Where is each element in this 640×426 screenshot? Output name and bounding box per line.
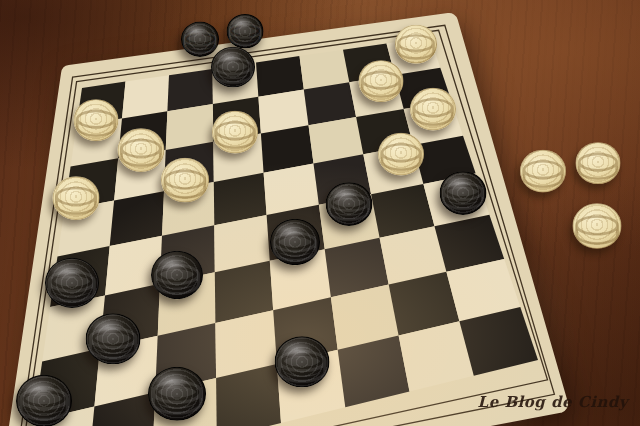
checker-piece-black-r5c6[interactable]: ⛂	[326, 182, 373, 226]
black-draughts-man-glyph: ⛂	[151, 251, 202, 299]
checker-piece-white-off-right-2[interactable]: ⛀	[576, 142, 621, 184]
scene: ⛂⛂⛀⛂⛀⛀⛀⛀⛀⛀⛀⛀⛀⛂⛀⛂⛀⛂⛂⛂⛂⛂⛂⛂ Le Blog de Cind…	[0, 0, 640, 426]
checker-piece-black-r8c3[interactable]: ⛂	[148, 367, 206, 421]
checker-piece-white-r3c2[interactable]: ⛀	[118, 128, 165, 172]
white-draughts-man-glyph: ⛀	[359, 60, 403, 102]
black-draughts-man-glyph: ⛂	[275, 336, 329, 387]
white-draughts-man-glyph: ⛀	[520, 150, 565, 193]
white-draughts-man-glyph: ⛀	[118, 128, 164, 172]
black-draughts-man-glyph: ⛂	[86, 313, 140, 364]
checker-piece-black-r5c1[interactable]: ⛂	[45, 258, 99, 308]
checker-piece-black-r6c3[interactable]: ⛂	[151, 251, 203, 299]
black-draughts-man-glyph: ⛂	[149, 367, 206, 421]
checker-piece-white-r4c1[interactable]: ⛀	[53, 176, 100, 220]
white-draughts-man-glyph: ⛀	[74, 99, 118, 141]
checker-piece-white-r1c8[interactable]: ⛀	[395, 25, 437, 64]
checker-piece-white-r3c4[interactable]: ⛀	[212, 111, 258, 154]
white-draughts-man-glyph: ⛀	[161, 158, 209, 203]
black-draughts-man-glyph: ⛂	[16, 375, 71, 426]
checker-piece-black-r1c4[interactable]: ⛂	[211, 47, 255, 88]
white-draughts-man-glyph: ⛀	[573, 203, 622, 249]
checker-piece-white-off-right-1[interactable]: ⛀	[520, 150, 566, 193]
checker-piece-white-off-right-3[interactable]: ⛀	[573, 203, 622, 249]
black-draughts-man-glyph: ⛂	[227, 14, 264, 48]
black-draughts-man-glyph: ⛂	[181, 22, 219, 57]
checker-piece-black-off-top-right[interactable]: ⛂	[227, 14, 264, 48]
checker-piece-black-r7c2[interactable]: ⛂	[86, 313, 141, 364]
checker-piece-black-r5c8[interactable]: ⛂	[440, 171, 487, 215]
white-draughts-man-glyph: ⛀	[576, 142, 620, 184]
checker-piece-black-r5c5[interactable]: ⛂	[270, 219, 320, 266]
checker-piece-white-r4c7[interactable]: ⛀	[378, 133, 424, 176]
black-draughts-man-glyph: ⛂	[45, 258, 99, 308]
white-draughts-man-glyph: ⛀	[378, 133, 423, 176]
checker-piece-black-off-top-left[interactable]: ⛂	[181, 22, 219, 57]
watermark: Le Blog de Cindy	[478, 393, 628, 411]
black-draughts-man-glyph: ⛂	[270, 219, 319, 266]
black-draughts-man-glyph: ⛂	[326, 182, 372, 226]
white-draughts-man-glyph: ⛀	[410, 88, 455, 131]
checker-piece-black-r8c5[interactable]: ⛂	[275, 336, 330, 387]
black-draughts-man-glyph: ⛂	[440, 171, 486, 215]
checker-piece-white-r2c1[interactable]: ⛀	[74, 99, 119, 141]
checker-piece-white-r3c8[interactable]: ⛀	[410, 88, 456, 131]
black-draughts-man-glyph: ⛂	[211, 47, 255, 88]
white-draughts-man-glyph: ⛀	[53, 176, 99, 220]
white-draughts-man-glyph: ⛀	[395, 25, 437, 64]
white-draughts-man-glyph: ⛀	[212, 111, 257, 154]
checker-piece-black-r7c1[interactable]: ⛂	[16, 375, 72, 426]
checker-piece-white-r4c3[interactable]: ⛀	[161, 158, 209, 203]
checker-piece-white-r2c7[interactable]: ⛀	[359, 60, 404, 102]
